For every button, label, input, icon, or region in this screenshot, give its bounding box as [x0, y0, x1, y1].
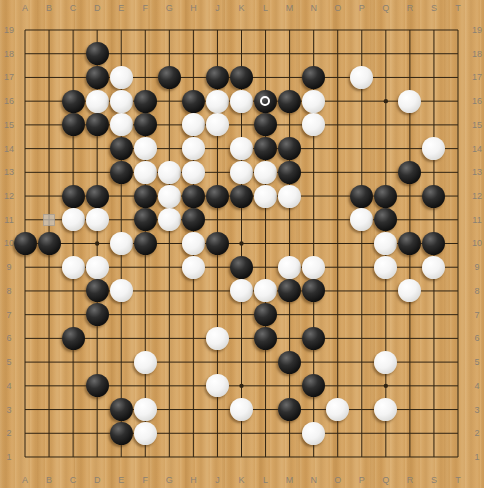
row-label: 8	[1, 285, 17, 297]
black-stone	[86, 279, 109, 302]
row-label: 5	[1, 356, 17, 368]
black-stone	[230, 66, 253, 89]
black-stone	[278, 398, 301, 421]
star-point	[384, 384, 388, 388]
white-stone	[62, 208, 85, 231]
last-move-marker	[260, 96, 270, 106]
column-label: R	[402, 474, 418, 486]
row-label: 1	[469, 451, 484, 463]
white-stone	[182, 161, 205, 184]
column-label: O	[330, 2, 346, 14]
row-label: 14	[469, 143, 484, 155]
star-point	[239, 384, 243, 388]
white-stone	[206, 90, 229, 113]
column-label: C	[65, 2, 81, 14]
column-label: T	[450, 474, 466, 486]
black-stone	[110, 161, 133, 184]
column-label: Q	[378, 474, 394, 486]
white-stone	[230, 137, 253, 160]
white-stone	[86, 90, 109, 113]
white-stone	[134, 422, 157, 445]
column-label: C	[65, 474, 81, 486]
go-board[interactable]: ABCDEFGHJKLMNOPQRST ABCDEFGHJKLMNOPQRST …	[0, 0, 484, 488]
row-label: 18	[1, 48, 17, 60]
column-label: A	[17, 2, 33, 14]
black-stone	[374, 185, 397, 208]
column-label: M	[282, 2, 298, 14]
black-stone	[206, 232, 229, 255]
white-stone	[278, 256, 301, 279]
row-label: 13	[469, 166, 484, 178]
column-label: F	[137, 2, 153, 14]
column-label: B	[41, 2, 57, 14]
column-label: M	[282, 474, 298, 486]
column-label: N	[306, 2, 322, 14]
column-label: D	[89, 2, 105, 14]
row-label: 15	[1, 119, 17, 131]
black-stone	[230, 185, 253, 208]
row-label: 12	[469, 190, 484, 202]
star-point	[384, 99, 388, 103]
white-stone	[254, 185, 277, 208]
star-point	[95, 241, 99, 245]
column-label: T	[450, 2, 466, 14]
white-stone	[374, 256, 397, 279]
white-stone	[182, 137, 205, 160]
row-label: 3	[1, 404, 17, 416]
black-stone	[206, 185, 229, 208]
white-stone	[230, 398, 253, 421]
black-stone	[62, 327, 85, 350]
white-stone	[230, 161, 253, 184]
column-label: N	[306, 474, 322, 486]
white-stone	[182, 232, 205, 255]
black-stone	[158, 66, 181, 89]
row-label: 4	[469, 380, 484, 392]
black-stone	[302, 327, 325, 350]
black-stone	[278, 161, 301, 184]
black-stone	[86, 303, 109, 326]
white-stone	[134, 351, 157, 374]
column-label: J	[209, 2, 225, 14]
row-label: 2	[1, 427, 17, 439]
row-label: 1	[1, 451, 17, 463]
black-stone	[134, 90, 157, 113]
white-stone	[158, 161, 181, 184]
row-label: 18	[469, 48, 484, 60]
column-label: S	[426, 474, 442, 486]
white-stone	[134, 161, 157, 184]
column-label: Q	[378, 2, 394, 14]
white-stone	[230, 90, 253, 113]
white-stone	[254, 161, 277, 184]
row-label: 17	[469, 71, 484, 83]
white-stone	[86, 256, 109, 279]
white-stone	[302, 256, 325, 279]
column-label: H	[185, 474, 201, 486]
column-label: O	[330, 474, 346, 486]
black-stone	[350, 185, 373, 208]
row-label: 12	[1, 190, 17, 202]
white-stone	[422, 256, 445, 279]
white-stone	[206, 327, 229, 350]
row-label: 2	[469, 427, 484, 439]
black-stone	[86, 185, 109, 208]
white-stone	[110, 66, 133, 89]
column-label: B	[41, 474, 57, 486]
row-label: 11	[469, 214, 484, 226]
column-label: R	[402, 2, 418, 14]
row-label: 7	[469, 309, 484, 321]
row-label: 7	[1, 309, 17, 321]
white-stone	[182, 256, 205, 279]
white-stone	[302, 422, 325, 445]
row-label: 14	[1, 143, 17, 155]
black-stone	[62, 113, 85, 136]
column-label: K	[233, 2, 249, 14]
row-label: 5	[469, 356, 484, 368]
column-label: S	[426, 2, 442, 14]
row-label: 8	[469, 285, 484, 297]
column-label: D	[89, 474, 105, 486]
black-stone	[62, 185, 85, 208]
black-stone	[14, 232, 37, 255]
black-stone	[182, 90, 205, 113]
white-stone	[110, 232, 133, 255]
black-stone	[278, 90, 301, 113]
black-stone	[86, 42, 109, 65]
column-label: H	[185, 2, 201, 14]
white-stone	[158, 185, 181, 208]
row-label: 16	[469, 95, 484, 107]
row-label: 13	[1, 166, 17, 178]
white-stone	[62, 256, 85, 279]
column-label: P	[354, 2, 370, 14]
black-stone	[254, 137, 277, 160]
white-stone	[134, 137, 157, 160]
row-label: 15	[469, 119, 484, 131]
column-label: K	[233, 474, 249, 486]
row-label: 19	[469, 24, 484, 36]
black-stone	[254, 327, 277, 350]
white-stone	[86, 208, 109, 231]
row-label: 10	[469, 237, 484, 249]
column-label: E	[113, 2, 129, 14]
black-stone	[182, 185, 205, 208]
black-stone	[110, 422, 133, 445]
row-label: 6	[469, 332, 484, 344]
column-label: G	[161, 474, 177, 486]
column-label: A	[17, 474, 33, 486]
white-stone	[134, 398, 157, 421]
column-label: G	[161, 2, 177, 14]
black-stone	[206, 66, 229, 89]
black-stone	[182, 208, 205, 231]
column-label: P	[354, 474, 370, 486]
column-label: L	[258, 2, 274, 14]
white-stone	[398, 90, 421, 113]
black-stone	[134, 232, 157, 255]
column-label: L	[258, 474, 274, 486]
column-label: J	[209, 474, 225, 486]
black-stone	[110, 398, 133, 421]
black-stone	[134, 113, 157, 136]
row-label: 3	[469, 404, 484, 416]
black-stone	[422, 185, 445, 208]
row-label: 9	[469, 261, 484, 273]
white-stone	[110, 113, 133, 136]
column-label: E	[113, 474, 129, 486]
black-stone	[302, 66, 325, 89]
column-label: F	[137, 474, 153, 486]
black-stone	[86, 374, 109, 397]
white-stone	[374, 351, 397, 374]
white-stone	[158, 208, 181, 231]
row-label: 17	[1, 71, 17, 83]
black-stone	[62, 90, 85, 113]
black-stone	[278, 351, 301, 374]
row-label: 11	[1, 214, 17, 226]
row-label: 9	[1, 261, 17, 273]
star-point	[239, 241, 243, 245]
black-stone	[38, 232, 61, 255]
black-stone	[86, 113, 109, 136]
black-stone	[110, 137, 133, 160]
white-stone	[110, 90, 133, 113]
black-stone	[134, 208, 157, 231]
row-label: 19	[1, 24, 17, 36]
row-label: 6	[1, 332, 17, 344]
white-stone	[278, 185, 301, 208]
black-stone	[86, 66, 109, 89]
row-label: 16	[1, 95, 17, 107]
row-label: 4	[1, 380, 17, 392]
black-stone	[134, 185, 157, 208]
black-stone	[230, 256, 253, 279]
white-stone	[302, 90, 325, 113]
ghost-square-marker	[43, 214, 55, 226]
